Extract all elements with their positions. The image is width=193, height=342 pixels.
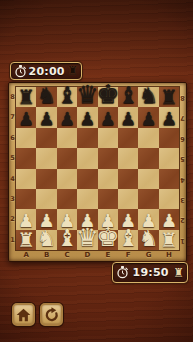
white-king-e1[interactable]: ♚ bbox=[96, 224, 119, 250]
white-timer: 19:50 ♜ bbox=[112, 262, 188, 283]
square-a3[interactable] bbox=[16, 189, 36, 209]
file-label-b: B bbox=[36, 252, 56, 259]
black-pawn-e7[interactable]: ♟ bbox=[100, 110, 116, 128]
square-h4[interactable] bbox=[159, 169, 179, 189]
square-g5[interactable] bbox=[138, 148, 158, 168]
black-knight-g8[interactable]: ♞ bbox=[139, 85, 159, 107]
square-e3[interactable] bbox=[98, 189, 118, 209]
square-h5[interactable] bbox=[159, 148, 179, 168]
square-g6[interactable] bbox=[138, 128, 158, 148]
white-pawn-a2[interactable]: ♟ bbox=[18, 212, 34, 230]
square-e5[interactable] bbox=[98, 148, 118, 168]
square-c5[interactable] bbox=[57, 148, 77, 168]
square-d5[interactable] bbox=[77, 148, 97, 168]
square-f3[interactable] bbox=[118, 189, 138, 209]
black-bishop-c8[interactable]: ♝ bbox=[57, 84, 78, 107]
black-pawn-d7[interactable]: ♟ bbox=[79, 110, 95, 128]
black-side-piece-icon: ♜ bbox=[67, 65, 78, 77]
black-timer-value: 20:00 bbox=[26, 65, 67, 78]
file-label-a: A bbox=[16, 252, 36, 259]
rank-label-8-right: 8 bbox=[179, 94, 186, 101]
home-button[interactable] bbox=[12, 303, 35, 326]
square-f4[interactable] bbox=[118, 169, 138, 189]
square-e4[interactable] bbox=[98, 169, 118, 189]
black-rook-a8[interactable]: ♜ bbox=[17, 87, 35, 107]
rank-label-7-right: 7 bbox=[179, 114, 186, 121]
rank-label-8-left: 8 bbox=[9, 94, 16, 101]
black-pawn-g7[interactable]: ♟ bbox=[141, 110, 157, 128]
square-h6[interactable] bbox=[159, 128, 179, 148]
black-pawn-c7[interactable]: ♟ bbox=[59, 110, 75, 128]
restart-arrow-icon bbox=[44, 307, 60, 323]
white-rook-h1[interactable]: ♜ bbox=[160, 230, 178, 250]
file-label-d: D bbox=[77, 252, 97, 259]
white-pawn-h2[interactable]: ♟ bbox=[161, 212, 177, 230]
square-b4[interactable] bbox=[36, 169, 56, 189]
square-b5[interactable] bbox=[36, 148, 56, 168]
stopwatch-icon bbox=[15, 65, 26, 78]
square-d4[interactable] bbox=[77, 169, 97, 189]
square-b6[interactable] bbox=[36, 128, 56, 148]
restart-button[interactable] bbox=[40, 303, 63, 326]
white-knight-g1[interactable]: ♞ bbox=[139, 228, 159, 250]
rank-label-5-right: 5 bbox=[179, 155, 186, 162]
rank-label-2-right: 2 bbox=[179, 216, 186, 223]
rank-label-1-left: 1 bbox=[9, 237, 16, 244]
square-g4[interactable] bbox=[138, 169, 158, 189]
rank-label-4-left: 4 bbox=[9, 176, 16, 183]
rank-label-6-left: 6 bbox=[9, 135, 16, 142]
square-g3[interactable] bbox=[138, 189, 158, 209]
white-rook-a1[interactable]: ♜ bbox=[17, 230, 35, 250]
file-label-g: G bbox=[138, 252, 158, 259]
chess-board: 8877665544332211ABCDEFGH♜♞♝♛♚♝♞♜♟♟♟♟♟♟♟♟… bbox=[8, 82, 187, 262]
black-knight-b8[interactable]: ♞ bbox=[37, 85, 57, 107]
black-king-e8[interactable]: ♚ bbox=[96, 81, 119, 107]
file-label-f: F bbox=[118, 252, 138, 259]
home-icon bbox=[16, 308, 31, 322]
black-pawn-a7[interactable]: ♟ bbox=[18, 110, 34, 128]
rank-label-1-right: 1 bbox=[179, 237, 186, 244]
black-pawn-f7[interactable]: ♟ bbox=[120, 110, 136, 128]
rank-label-7-left: 7 bbox=[9, 114, 16, 121]
file-label-c: C bbox=[57, 252, 77, 259]
file-label-e: E bbox=[98, 252, 118, 259]
square-d3[interactable] bbox=[77, 189, 97, 209]
rank-label-2-left: 2 bbox=[9, 216, 16, 223]
white-knight-b1[interactable]: ♞ bbox=[37, 228, 57, 250]
black-pawn-b7[interactable]: ♟ bbox=[39, 110, 55, 128]
black-pawn-h7[interactable]: ♟ bbox=[161, 110, 177, 128]
square-c3[interactable] bbox=[57, 189, 77, 209]
rank-label-3-right: 3 bbox=[179, 196, 186, 203]
rank-label-6-right: 6 bbox=[179, 135, 186, 142]
square-e6[interactable] bbox=[98, 128, 118, 148]
black-rook-h8[interactable]: ♜ bbox=[160, 87, 178, 107]
rank-label-5-left: 5 bbox=[9, 155, 16, 162]
square-b3[interactable] bbox=[36, 189, 56, 209]
stopwatch-icon bbox=[117, 266, 128, 279]
white-timer-value: 19:50 bbox=[128, 266, 173, 279]
square-c6[interactable] bbox=[57, 128, 77, 148]
square-f6[interactable] bbox=[118, 128, 138, 148]
square-a6[interactable] bbox=[16, 128, 36, 148]
square-d6[interactable] bbox=[77, 128, 97, 148]
black-timer: 20:00 ♜ bbox=[10, 62, 82, 80]
file-label-h: H bbox=[159, 252, 179, 259]
white-bishop-c1[interactable]: ♝ bbox=[57, 227, 78, 250]
square-a5[interactable] bbox=[16, 148, 36, 168]
rank-label-4-right: 4 bbox=[179, 176, 186, 183]
rank-label-3-left: 3 bbox=[9, 196, 16, 203]
square-a4[interactable] bbox=[16, 169, 36, 189]
square-c4[interactable] bbox=[57, 169, 77, 189]
square-h3[interactable] bbox=[159, 189, 179, 209]
white-side-piece-icon: ♜ bbox=[173, 267, 184, 279]
black-bishop-f8[interactable]: ♝ bbox=[118, 84, 139, 107]
white-bishop-f1[interactable]: ♝ bbox=[118, 227, 139, 250]
square-f5[interactable] bbox=[118, 148, 138, 168]
